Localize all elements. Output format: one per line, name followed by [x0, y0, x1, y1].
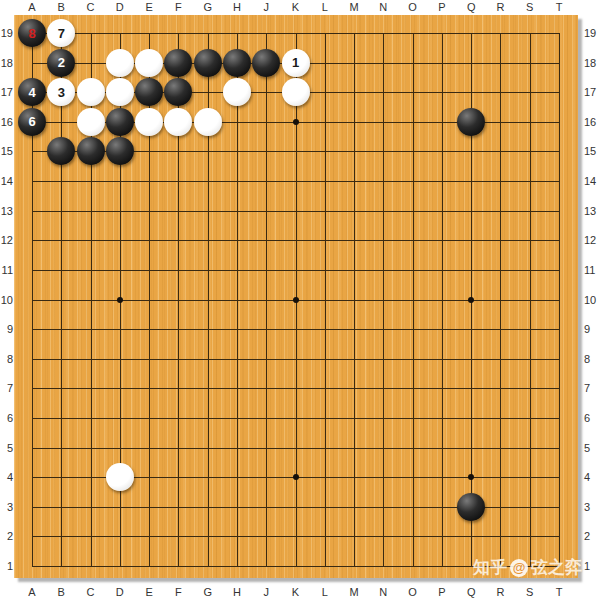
- row-label-left-7: 7: [0, 382, 13, 394]
- row-label-right-8: 8: [584, 353, 597, 365]
- white-stone-F16[interactable]: [164, 108, 192, 136]
- col-label-top-F: F: [169, 1, 187, 13]
- col-label-bottom-T: T: [550, 586, 568, 598]
- row-label-left-8: 8: [0, 353, 13, 365]
- grid-line-horizontal: [32, 418, 560, 419]
- row-label-left-1: 1: [0, 560, 13, 572]
- black-stone-J18[interactable]: [252, 49, 280, 77]
- star-point-Q10: [468, 297, 474, 303]
- black-stone-B15[interactable]: [47, 137, 75, 165]
- row-label-left-4: 4: [0, 471, 13, 483]
- grid-line-vertical: [354, 33, 355, 567]
- row-label-right-5: 5: [584, 442, 597, 454]
- white-stone-K18[interactable]: 1: [282, 49, 310, 77]
- black-stone-A16[interactable]: 6: [18, 108, 46, 136]
- col-label-top-L: L: [316, 1, 334, 13]
- white-stone-C16[interactable]: [77, 108, 105, 136]
- row-label-right-18: 18: [584, 57, 597, 69]
- row-label-left-14: 14: [0, 175, 13, 187]
- row-label-right-10: 10: [584, 294, 597, 306]
- white-stone-G16[interactable]: [194, 108, 222, 136]
- col-label-top-B: B: [52, 1, 70, 13]
- row-label-right-16: 16: [584, 116, 597, 128]
- row-label-left-10: 10: [0, 294, 13, 306]
- row-label-right-1: 1: [584, 560, 597, 572]
- move-number-8: 8: [28, 27, 35, 40]
- grid-line-horizontal: [32, 359, 560, 360]
- row-label-left-5: 5: [0, 442, 13, 454]
- row-label-right-4: 4: [584, 471, 597, 483]
- col-label-bottom-P: P: [433, 586, 451, 598]
- star-point-D10: [117, 297, 123, 303]
- black-stone-F17[interactable]: [164, 78, 192, 106]
- col-label-bottom-G: G: [199, 586, 217, 598]
- star-point-K16: [293, 119, 299, 125]
- col-label-top-Q: Q: [462, 1, 480, 13]
- grid-line-horizontal: [32, 329, 560, 330]
- col-label-top-M: M: [345, 1, 363, 13]
- col-label-top-J: J: [257, 1, 275, 13]
- black-stone-Q16[interactable]: [457, 108, 485, 136]
- white-stone-D4[interactable]: [106, 463, 134, 491]
- col-label-top-S: S: [521, 1, 539, 13]
- watermark: 知乎 @ 弦之弈: [473, 556, 582, 579]
- row-label-right-13: 13: [584, 205, 597, 217]
- go-board[interactable]: 8721436: [14, 15, 578, 578]
- row-label-right-9: 9: [584, 323, 597, 335]
- col-label-bottom-D: D: [111, 586, 129, 598]
- col-label-bottom-M: M: [345, 586, 363, 598]
- grid-line-vertical: [413, 33, 414, 567]
- white-stone-B17[interactable]: 3: [47, 78, 75, 106]
- grid-line-horizontal: [32, 448, 560, 449]
- col-label-bottom-K: K: [287, 586, 305, 598]
- row-label-left-13: 13: [0, 205, 13, 217]
- grid-line-vertical: [325, 33, 326, 567]
- row-label-right-15: 15: [584, 145, 597, 157]
- white-stone-K17[interactable]: [282, 78, 310, 106]
- move-number-4: 4: [28, 86, 35, 99]
- row-label-right-7: 7: [584, 382, 597, 394]
- white-stone-C17[interactable]: [77, 78, 105, 106]
- row-label-right-2: 2: [584, 530, 597, 542]
- row-label-right-14: 14: [584, 175, 597, 187]
- white-stone-H17[interactable]: [223, 78, 251, 106]
- black-stone-A19[interactable]: 8: [18, 19, 46, 47]
- row-label-left-9: 9: [0, 323, 13, 335]
- row-label-right-12: 12: [584, 234, 597, 246]
- move-number-6: 6: [28, 115, 35, 128]
- row-label-right-11: 11: [584, 264, 597, 276]
- white-stone-B19[interactable]: 7: [47, 19, 75, 47]
- black-stone-D16[interactable]: [106, 108, 134, 136]
- black-stone-C15[interactable]: [77, 137, 105, 165]
- black-stone-H18[interactable]: [223, 49, 251, 77]
- col-label-top-E: E: [140, 1, 158, 13]
- col-label-top-H: H: [228, 1, 246, 13]
- move-number-1: 1: [292, 56, 299, 69]
- col-label-top-K: K: [287, 1, 305, 13]
- col-label-bottom-F: F: [169, 586, 187, 598]
- row-label-left-3: 3: [0, 501, 13, 513]
- col-label-top-P: P: [433, 1, 451, 13]
- row-label-left-2: 2: [0, 530, 13, 542]
- move-number-3: 3: [58, 86, 65, 99]
- go-diagram: 8721436 ABCDEFGHJKLMNOPQRST ABCDEFGHJKLM…: [0, 0, 600, 601]
- grid-line-vertical: [442, 33, 443, 567]
- row-label-right-3: 3: [584, 501, 597, 513]
- col-label-top-R: R: [491, 1, 509, 13]
- black-stone-F18[interactable]: [164, 49, 192, 77]
- at-icon: @: [510, 559, 528, 577]
- star-point-K4: [293, 474, 299, 480]
- col-label-bottom-R: R: [491, 586, 509, 598]
- star-point-K10: [293, 297, 299, 303]
- row-label-right-6: 6: [584, 412, 597, 424]
- col-label-top-A: A: [23, 1, 41, 13]
- white-stone-E18[interactable]: [135, 49, 163, 77]
- row-label-left-11: 11: [0, 264, 13, 276]
- grid-line-vertical: [530, 33, 531, 567]
- col-label-top-T: T: [550, 1, 568, 13]
- black-stone-D15[interactable]: [106, 137, 134, 165]
- col-label-top-C: C: [82, 1, 100, 13]
- black-stone-G18[interactable]: [194, 49, 222, 77]
- col-label-bottom-A: A: [23, 586, 41, 598]
- row-label-left-16: 16: [0, 116, 13, 128]
- col-label-bottom-B: B: [52, 586, 70, 598]
- col-label-top-N: N: [374, 1, 392, 13]
- black-stone-Q3[interactable]: [457, 493, 485, 521]
- white-stone-D17[interactable]: [106, 78, 134, 106]
- grid-line-vertical: [383, 33, 384, 567]
- grid-line-vertical: [559, 33, 560, 567]
- col-label-bottom-H: H: [228, 586, 246, 598]
- white-stone-E16[interactable]: [135, 108, 163, 136]
- row-label-left-18: 18: [0, 57, 13, 69]
- watermark-name: 弦之弈: [531, 556, 582, 579]
- black-stone-A17[interactable]: 4: [18, 78, 46, 106]
- black-stone-E17[interactable]: [135, 78, 163, 106]
- row-label-left-15: 15: [0, 145, 13, 157]
- col-label-bottom-N: N: [374, 586, 392, 598]
- watermark-site: 知乎: [473, 556, 507, 579]
- col-label-top-O: O: [404, 1, 422, 13]
- col-label-top-D: D: [111, 1, 129, 13]
- move-number-7: 7: [58, 27, 65, 40]
- col-label-bottom-L: L: [316, 586, 334, 598]
- row-label-right-19: 19: [584, 27, 597, 39]
- row-label-left-17: 17: [0, 86, 13, 98]
- grid-line-vertical: [500, 33, 501, 567]
- grid-line-horizontal: [32, 536, 560, 537]
- row-label-left-6: 6: [0, 412, 13, 424]
- col-label-bottom-E: E: [140, 586, 158, 598]
- grid-line-horizontal: [32, 388, 560, 389]
- white-stone-D18[interactable]: [106, 49, 134, 77]
- row-label-left-19: 19: [0, 27, 13, 39]
- row-label-right-17: 17: [584, 86, 597, 98]
- col-label-bottom-S: S: [521, 586, 539, 598]
- col-label-top-G: G: [199, 1, 217, 13]
- col-label-bottom-J: J: [257, 586, 275, 598]
- col-label-bottom-Q: Q: [462, 586, 480, 598]
- star-point-Q4: [468, 474, 474, 480]
- black-stone-B18[interactable]: 2: [47, 49, 75, 77]
- col-label-bottom-O: O: [404, 586, 422, 598]
- move-number-2: 2: [58, 56, 65, 69]
- col-label-bottom-C: C: [82, 586, 100, 598]
- row-label-left-12: 12: [0, 234, 13, 246]
